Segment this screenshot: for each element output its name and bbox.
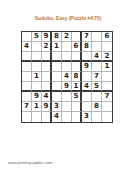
sudoku-cell bbox=[32, 112, 42, 122]
sudoku-cell bbox=[92, 92, 102, 102]
sudoku-cell: 2 bbox=[62, 32, 72, 42]
sudoku-cell: 1 bbox=[32, 102, 42, 112]
sudoku-cell: 9 bbox=[42, 32, 52, 42]
footer-url: www.printmysudoku.com bbox=[8, 160, 52, 165]
sudoku-cell bbox=[62, 52, 72, 62]
sudoku-cell bbox=[102, 112, 112, 122]
sudoku-cell bbox=[52, 92, 62, 102]
sudoku-cell: 7 bbox=[22, 102, 32, 112]
sudoku-cell: 3 bbox=[82, 112, 92, 122]
sudoku-cell bbox=[72, 112, 82, 122]
sudoku-cell: 5 bbox=[92, 82, 102, 92]
sudoku-cell bbox=[82, 52, 92, 62]
sudoku-cell bbox=[42, 52, 52, 62]
sudoku-cell bbox=[62, 102, 72, 112]
sudoku-cell: 7 bbox=[82, 32, 92, 42]
sudoku-cell: 7 bbox=[92, 72, 102, 82]
sudoku-cell bbox=[52, 82, 62, 92]
sudoku-cell bbox=[32, 52, 42, 62]
sudoku-cell bbox=[72, 32, 82, 42]
sudoku-cell: 5 bbox=[32, 32, 42, 42]
sudoku-cell bbox=[102, 72, 112, 82]
sudoku-cell bbox=[62, 112, 72, 122]
sudoku-cell: 1 bbox=[102, 62, 112, 72]
sudoku-cell: 9 bbox=[42, 102, 52, 112]
sudoku-cell: 5 bbox=[72, 92, 82, 102]
sudoku-cell: 6 bbox=[72, 42, 82, 52]
sudoku-cell: 8 bbox=[82, 42, 92, 52]
sudoku-cell: 2 bbox=[42, 42, 52, 52]
sudoku-cell: 1 bbox=[32, 72, 42, 82]
sudoku-cell bbox=[62, 62, 72, 72]
sudoku-cell: 4 bbox=[22, 42, 32, 52]
sudoku-cell bbox=[22, 72, 32, 82]
sudoku-cell bbox=[82, 102, 92, 112]
sudoku-cell bbox=[82, 92, 92, 102]
sudoku-cell bbox=[92, 62, 102, 72]
sudoku-cell bbox=[42, 62, 52, 72]
sudoku-cell bbox=[42, 112, 52, 122]
sudoku-cell: 4 bbox=[82, 82, 92, 92]
sudoku-cell: 9 bbox=[62, 82, 72, 92]
sudoku-cell bbox=[22, 82, 32, 92]
sudoku-cell bbox=[22, 52, 32, 62]
sudoku-cell bbox=[62, 42, 72, 52]
sudoku-cell: 9 bbox=[82, 62, 92, 72]
sudoku-cell: 8 bbox=[92, 102, 102, 112]
sudoku-cell: 4 bbox=[62, 72, 72, 82]
sudoku-grid: 5982764216842911487914594577193843 bbox=[21, 31, 113, 123]
sudoku-cell bbox=[72, 52, 82, 62]
sudoku-cell bbox=[92, 112, 102, 122]
sudoku-cell bbox=[92, 42, 102, 52]
sudoku-cell bbox=[52, 72, 62, 82]
sudoku-cell: 4 bbox=[52, 112, 62, 122]
sudoku-cell bbox=[102, 82, 112, 92]
sudoku-cell bbox=[22, 32, 32, 42]
sudoku-cell bbox=[22, 92, 32, 102]
sudoku-cell: 3 bbox=[52, 102, 62, 112]
sudoku-cell: 8 bbox=[72, 72, 82, 82]
page-title: Sudoku, Easy (Puzzle #A75) bbox=[0, 15, 136, 21]
sudoku-cell bbox=[92, 32, 102, 42]
sudoku-cell: 1 bbox=[72, 82, 82, 92]
sudoku-cell bbox=[32, 82, 42, 92]
sudoku-cell bbox=[62, 92, 72, 102]
sudoku-cell bbox=[52, 52, 62, 62]
sudoku-cell bbox=[82, 72, 92, 82]
sudoku-cell: 9 bbox=[32, 92, 42, 102]
sudoku-cell: 4 bbox=[42, 92, 52, 102]
sudoku-cell: 8 bbox=[52, 32, 62, 42]
sudoku-cell bbox=[22, 112, 32, 122]
sudoku-cell bbox=[32, 42, 42, 52]
sudoku-cell: 2 bbox=[102, 52, 112, 62]
sudoku-cell: 7 bbox=[102, 92, 112, 102]
sudoku-cell bbox=[42, 82, 52, 92]
sudoku-cell bbox=[72, 102, 82, 112]
sudoku-cell bbox=[102, 42, 112, 52]
sudoku-cell bbox=[52, 62, 62, 72]
sudoku-cell bbox=[102, 102, 112, 112]
sudoku-cell bbox=[32, 62, 42, 72]
sudoku-cell bbox=[72, 62, 82, 72]
sudoku-cell: 1 bbox=[52, 42, 62, 52]
sudoku-cell: 6 bbox=[102, 32, 112, 42]
sudoku-cell bbox=[42, 72, 52, 82]
sudoku-cell bbox=[22, 62, 32, 72]
sudoku-cell: 4 bbox=[92, 52, 102, 62]
